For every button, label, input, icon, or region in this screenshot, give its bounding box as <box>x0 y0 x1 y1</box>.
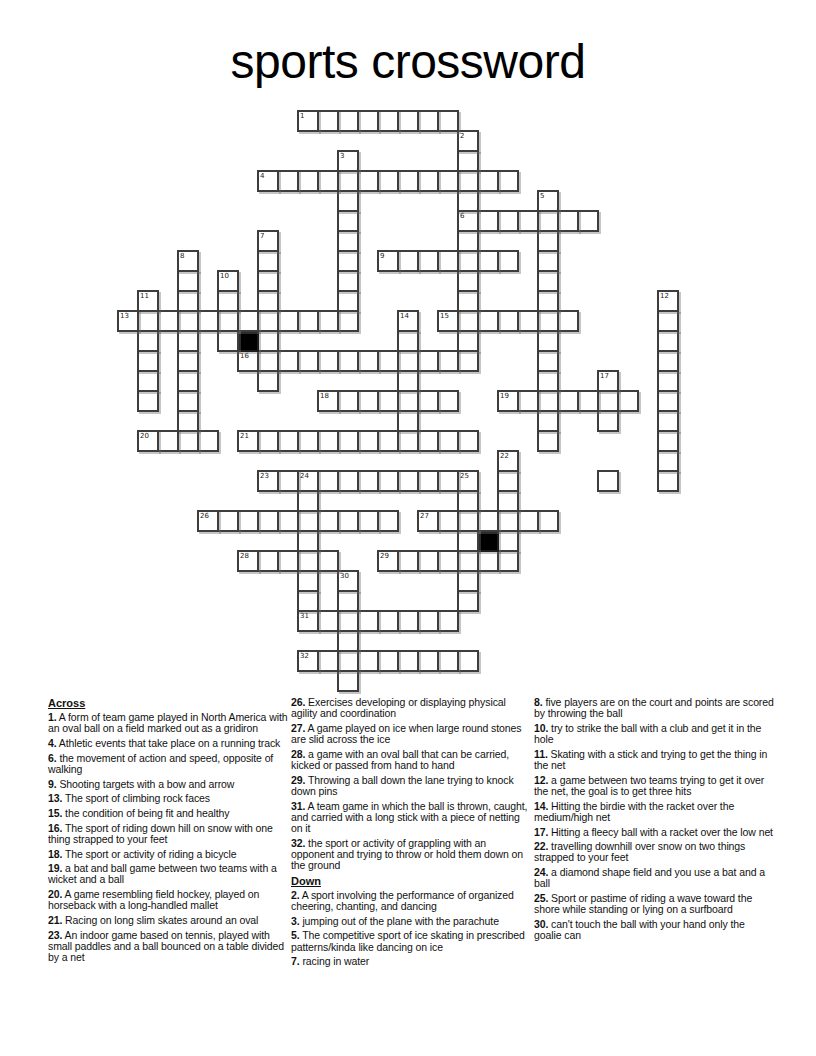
grid-cell-r8c17[interactable] <box>457 270 479 292</box>
grid-cell-r12c11[interactable] <box>337 350 359 372</box>
clue-across-26: 26. Exercises developing or displaying p… <box>291 697 531 719</box>
grid-cell-r25c11[interactable] <box>337 610 359 632</box>
grid-cell-r20c21[interactable] <box>537 510 559 532</box>
grid-cell-r18c10[interactable] <box>317 470 339 492</box>
clue-number: 21. <box>48 914 62 926</box>
clue-number: 15. <box>48 807 62 819</box>
grid-cell-r0c13[interactable] <box>377 110 399 132</box>
grid-cell-r16c11[interactable] <box>337 430 359 452</box>
grid-cell-r22c13[interactable]: 29 <box>377 550 399 572</box>
grid-cell-r20c4[interactable]: 26 <box>197 510 219 532</box>
grid-cell-r5c22[interactable] <box>557 210 579 232</box>
grid-cell-r11c3[interactable] <box>177 330 199 352</box>
clue-number: 5. <box>291 929 300 941</box>
clue-number: 20. <box>48 888 62 900</box>
grid-cell-r25c9[interactable]: 31 <box>297 610 319 632</box>
grid-cell-r11c27[interactable] <box>657 330 679 352</box>
grid-cell-r16c6[interactable]: 21 <box>237 430 259 452</box>
grid-cell-r15c24[interactable] <box>597 410 619 432</box>
grid-cell-r20c20[interactable] <box>517 510 539 532</box>
grid-cell-r14c15[interactable] <box>417 390 439 412</box>
grid-cell-r13c24[interactable]: 17 <box>597 370 619 392</box>
grid-cell-r12c16[interactable] <box>437 350 459 372</box>
grid-cell-r17c19[interactable]: 22 <box>497 450 519 472</box>
grid-cell-r16c3[interactable] <box>177 430 199 452</box>
grid-cell-r27c9[interactable]: 32 <box>297 650 319 672</box>
grid-cell-r15c27[interactable] <box>657 410 679 432</box>
clue-number: 27. <box>291 722 305 734</box>
cell-number-26: 26 <box>200 512 209 520</box>
grid-cell-r3c18[interactable] <box>477 170 499 192</box>
grid-cell-r22c7[interactable] <box>257 550 279 572</box>
grid-cell-r27c14[interactable] <box>397 650 419 672</box>
clue-number: 3. <box>291 915 300 927</box>
grid-cell-r14c10[interactable]: 18 <box>317 390 339 412</box>
grid-cell-r20c18[interactable] <box>477 510 499 532</box>
grid-cell-r20c9[interactable] <box>297 510 319 532</box>
grid-cell-r16c14[interactable] <box>397 430 419 452</box>
grid-cell-r12c12[interactable] <box>357 350 379 372</box>
cell-number-28: 28 <box>240 552 249 560</box>
grid-cell-r9c7[interactable] <box>257 290 279 312</box>
grid-cell-r10c7[interactable] <box>257 310 279 332</box>
clue-number: 13. <box>48 792 62 804</box>
clue-across-18: 18. The sport or activity of riding a bi… <box>48 849 288 860</box>
clue-across-21: 21. Racing on long slim skates around an… <box>48 915 288 926</box>
grid-cell-r26c11[interactable] <box>337 630 359 652</box>
grid-cell-r27c10[interactable] <box>317 650 339 672</box>
grid-cell-r7c19[interactable] <box>497 250 519 272</box>
clue-across-19: 19. a bat and ball game between two team… <box>48 863 288 885</box>
grid-cell-r7c21[interactable] <box>537 250 559 272</box>
grid-cell-r1c17[interactable]: 2 <box>457 130 479 152</box>
grid-cell-r5c11[interactable] <box>337 210 359 232</box>
grid-cell-r25c14[interactable] <box>397 610 419 632</box>
grid-cell-r12c27[interactable] <box>657 350 679 372</box>
cell-number-20: 20 <box>140 432 149 440</box>
grid-cell-r16c1[interactable]: 20 <box>137 430 159 452</box>
page-title: sports crossword <box>0 34 816 89</box>
grid-cell-r22c6[interactable]: 28 <box>237 550 259 572</box>
grid-cell-r3c11[interactable] <box>337 170 359 192</box>
grid-cell-r16c15[interactable] <box>417 430 439 452</box>
grid-cell-r0c10[interactable] <box>317 110 339 132</box>
grid-cell-r18c14[interactable] <box>397 470 419 492</box>
grid-cell-r11c1[interactable] <box>137 330 159 352</box>
grid-cell-r18c15[interactable] <box>417 470 439 492</box>
grid-cell-r27c13[interactable] <box>377 650 399 672</box>
grid-cell-r18c19[interactable] <box>497 470 519 492</box>
grid-cell-r14c14[interactable] <box>397 390 419 412</box>
clue-number: 17. <box>534 826 548 838</box>
down-header: Down <box>291 875 531 887</box>
grid-cell-r24c9[interactable] <box>297 590 319 612</box>
grid-cell-r10c0[interactable]: 13 <box>117 310 139 332</box>
grid-cell-r15c14[interactable] <box>397 410 419 432</box>
grid-cell-r8c7[interactable] <box>257 270 279 292</box>
grid-cell-r6c11[interactable] <box>337 230 359 252</box>
grid-cell-r11c7[interactable] <box>257 330 279 352</box>
grid-cell-r0c11[interactable] <box>337 110 359 132</box>
grid-cell-r8c5[interactable]: 10 <box>217 270 239 292</box>
grid-cell-r11c14[interactable] <box>397 330 419 352</box>
grid-cell-r17c27[interactable] <box>657 450 679 472</box>
grid-cell-r22c14[interactable] <box>397 550 419 572</box>
grid-cell-r20c5[interactable] <box>217 510 239 532</box>
grid-cell-r7c14[interactable] <box>397 250 419 272</box>
grid-cell-r20c12[interactable] <box>357 510 379 532</box>
grid-cell-r22c18[interactable] <box>477 550 499 572</box>
grid-cell-r18c11[interactable] <box>337 470 359 492</box>
grid-cell-r21c17[interactable] <box>457 530 479 552</box>
grid-cell-r20c6[interactable] <box>237 510 259 532</box>
grid-cell-r10c19[interactable] <box>497 310 519 332</box>
grid-cell-r4c11[interactable] <box>337 190 359 212</box>
grid-cell-r18c12[interactable] <box>357 470 379 492</box>
grid-cell-r12c1[interactable] <box>137 350 159 372</box>
grid-cell-r10c21[interactable] <box>537 310 559 332</box>
grid-cell-r11c21[interactable] <box>537 330 559 352</box>
grid-cell-r22c10[interactable] <box>317 550 339 572</box>
grid-cell-r18c9[interactable]: 24 <box>297 470 319 492</box>
grid-cell-r13c1[interactable] <box>137 370 159 392</box>
grid-cell-r3c8[interactable] <box>277 170 299 192</box>
grid-cell-r3c9[interactable] <box>297 170 319 192</box>
grid-cell-r15c21[interactable] <box>537 410 559 432</box>
clue-number: 9. <box>48 778 57 790</box>
grid-cell-r20c10[interactable] <box>317 510 339 532</box>
cell-number-4: 4 <box>260 172 264 180</box>
clue-down-25: 25. Sport or pastime of riding a wave to… <box>534 893 774 915</box>
clue-down-14: 14. Hitting the birdie with the racket o… <box>534 801 774 823</box>
grid-cell-r12c15[interactable] <box>417 350 439 372</box>
clue-column-3: 8. five players are on the court and poi… <box>534 697 774 971</box>
page: { "title": "sports crossword", "game": "… <box>0 0 816 1056</box>
grid-cell-r20c17[interactable] <box>457 510 479 532</box>
grid-cell-r22c16[interactable] <box>437 550 459 572</box>
grid-cell-r5c21[interactable] <box>537 210 559 232</box>
grid-cell-r0c12[interactable] <box>357 110 379 132</box>
grid-cell-r9c27[interactable]: 12 <box>657 290 679 312</box>
clue-across-4: 4. Athletic events that take place on a … <box>48 738 288 749</box>
grid-cell-r14c25[interactable] <box>617 390 639 412</box>
cell-number-31: 31 <box>300 612 309 620</box>
grid-cell-r21c9[interactable] <box>297 530 319 552</box>
grid-cell-r10c27[interactable] <box>657 310 679 332</box>
clue-down-17: 17. Hitting a fleecy ball with a racket … <box>534 827 774 838</box>
grid-cell-r16c7[interactable] <box>257 430 279 452</box>
grid-cell-r22c8[interactable] <box>277 550 299 572</box>
grid-cell-r12c10[interactable] <box>317 350 339 372</box>
grid-cell-r23c11[interactable]: 30 <box>337 570 359 592</box>
grid-cell-r19c19[interactable] <box>497 490 519 512</box>
grid-cell-r3c16[interactable] <box>437 170 459 192</box>
grid-cell-r16c12[interactable] <box>357 430 379 452</box>
grid-cell-r6c21[interactable] <box>537 230 559 252</box>
grid-cell-r18c24[interactable] <box>597 470 619 492</box>
grid-cell-r22c17[interactable] <box>457 550 479 572</box>
grid-cell-r14c1[interactable] <box>137 390 159 412</box>
grid-cell-r10c6[interactable] <box>237 310 259 332</box>
grid-cell-r11c5[interactable] <box>217 330 239 352</box>
cell-number-30: 30 <box>340 572 349 580</box>
clue-across-32: 32. the sport or activity of grappling w… <box>291 838 531 872</box>
grid-cell-r10c20[interactable] <box>517 310 539 332</box>
grid-cell-r14c23[interactable] <box>577 390 599 412</box>
grid-cell-r27c17[interactable] <box>457 650 479 672</box>
grid-cell-r3c19[interactable] <box>497 170 519 192</box>
grid-cell-r23c17[interactable] <box>457 570 479 592</box>
grid-cell-r8c11[interactable] <box>337 270 359 292</box>
cell-number-16: 16 <box>240 352 249 360</box>
clue-down-22: 22. travelling downhill over snow on two… <box>534 841 774 863</box>
grid-cell-r16c2[interactable] <box>157 430 179 452</box>
cell-number-29: 29 <box>380 552 389 560</box>
grid-cell-r27c15[interactable] <box>417 650 439 672</box>
clue-down-7: 7. racing in water <box>291 956 531 967</box>
grid-cell-r12c6[interactable]: 16 <box>237 350 259 372</box>
cell-number-13: 13 <box>120 312 129 320</box>
grid-cell-r13c7[interactable] <box>257 370 279 392</box>
grid-cell-r14c3[interactable] <box>177 390 199 412</box>
grid-cell-r21c19[interactable] <box>497 530 519 552</box>
grid-cell-r14c27[interactable] <box>657 390 679 412</box>
grid-cell-r7c7[interactable] <box>257 250 279 272</box>
grid-cell-r14c22[interactable] <box>557 390 579 412</box>
grid-cell-r7c18[interactable] <box>477 250 499 272</box>
grid-cell-r7c11[interactable] <box>337 250 359 272</box>
grid-cell-r10c17[interactable] <box>457 310 479 332</box>
grid-cell-r13c27[interactable] <box>657 370 679 392</box>
grid-cell-r24c17[interactable] <box>457 590 479 612</box>
grid-cell-r22c15[interactable] <box>417 550 439 572</box>
grid-cell-r18c27[interactable] <box>657 470 679 492</box>
grid-cell-r8c21[interactable] <box>537 270 559 292</box>
grid-cell-r11c17[interactable] <box>457 330 479 352</box>
grid-cell-r3c12[interactable] <box>357 170 379 192</box>
grid-cell-r9c5[interactable] <box>217 290 239 312</box>
clue-across-23: 23. An indoor game based on tennis, play… <box>48 930 288 964</box>
across-header: Across <box>48 697 288 709</box>
grid-cell-r12c13[interactable] <box>377 350 399 372</box>
grid-cell-r3c13[interactable] <box>377 170 399 192</box>
grid-cell-r12c3[interactable] <box>177 350 199 372</box>
black-cell-r11c6 <box>237 330 259 352</box>
clue-number: 16. <box>48 822 62 834</box>
clue-down-5: 5. The competitive sport of ice skating … <box>291 930 531 952</box>
cell-number-15: 15 <box>440 312 449 320</box>
grid-cell-r9c3[interactable] <box>177 290 199 312</box>
grid-cell-r25c13[interactable] <box>377 610 399 632</box>
cell-number-12: 12 <box>660 292 669 300</box>
cell-number-5: 5 <box>540 192 544 200</box>
grid-cell-r10c1[interactable] <box>137 310 159 332</box>
grid-cell-r8c3[interactable] <box>177 270 199 292</box>
grid-cell-r16c4[interactable] <box>197 430 219 452</box>
grid-cell-r12c7[interactable] <box>257 350 279 372</box>
clue-number: 29. <box>291 774 305 786</box>
clue-down-30: 30. can't touch the ball with your hand … <box>534 919 774 941</box>
grid-cell-r3c15[interactable] <box>417 170 439 192</box>
clue-across-1: 1. A form of team game played in North A… <box>48 712 288 734</box>
grid-cell-r14c13[interactable] <box>377 390 399 412</box>
grid-cell-r5c19[interactable] <box>497 210 519 232</box>
grid-cell-r10c18[interactable] <box>477 310 499 332</box>
grid-cell-r3c7[interactable]: 4 <box>257 170 279 192</box>
grid-cell-r4c17[interactable] <box>457 190 479 212</box>
grid-cell-r12c17[interactable] <box>457 350 479 372</box>
grid-cell-r27c11[interactable] <box>337 650 359 672</box>
grid-cell-r19c17[interactable] <box>457 490 479 512</box>
grid-cell-r14c24[interactable] <box>597 390 619 412</box>
grid-cell-r18c7[interactable]: 23 <box>257 470 279 492</box>
grid-cell-r10c8[interactable] <box>277 310 299 332</box>
grid-cell-r18c16[interactable] <box>437 470 459 492</box>
grid-cell-r10c9[interactable] <box>297 310 319 332</box>
grid-cell-r10c4[interactable] <box>197 310 219 332</box>
cell-number-7: 7 <box>260 232 264 240</box>
grid-cell-r10c5[interactable] <box>217 310 239 332</box>
grid-cell-r5c18[interactable] <box>477 210 499 232</box>
grid-cell-r25c16[interactable] <box>437 610 459 632</box>
grid-cell-r20c11[interactable] <box>337 510 359 532</box>
grid-cell-r14c11[interactable] <box>337 390 359 412</box>
grid-cell-r20c8[interactable] <box>277 510 299 532</box>
grid-cell-r12c14[interactable] <box>397 350 419 372</box>
grid-cell-r9c21[interactable] <box>537 290 559 312</box>
clue-number: 22. <box>534 840 548 852</box>
grid-cell-r0c15[interactable] <box>417 110 439 132</box>
grid-cell-r14c19[interactable]: 19 <box>497 390 519 412</box>
grid-cell-r16c13[interactable] <box>377 430 399 452</box>
clue-number: 2. <box>291 889 300 901</box>
grid-cell-r9c1[interactable]: 11 <box>137 290 159 312</box>
grid-cell-r10c22[interactable] <box>557 310 579 332</box>
grid-cell-r25c10[interactable] <box>317 610 339 632</box>
grid-cell-r5c20[interactable] <box>517 210 539 232</box>
grid-cell-r28c11[interactable] <box>337 670 359 692</box>
grid-cell-r12c8[interactable] <box>277 350 299 372</box>
grid-cell-r14c21[interactable] <box>537 390 559 412</box>
grid-cell-r18c17[interactable]: 25 <box>457 470 479 492</box>
cell-number-24: 24 <box>300 472 309 480</box>
grid-cell-r2c11[interactable]: 3 <box>337 150 359 172</box>
grid-cell-r10c2[interactable] <box>157 310 179 332</box>
grid-cell-r10c16[interactable]: 15 <box>437 310 459 332</box>
grid-cell-r23c9[interactable] <box>297 570 319 592</box>
grid-cell-r22c19[interactable] <box>497 550 519 572</box>
clue-number: 14. <box>534 800 548 812</box>
clue-across-16: 16. The sport of riding down hill on sno… <box>48 823 288 845</box>
clue-down-3: 3. jumping out of the plane with the par… <box>291 916 531 927</box>
grid-cell-r16c9[interactable] <box>297 430 319 452</box>
grid-cell-r13c3[interactable] <box>177 370 199 392</box>
grid-cell-r6c17[interactable] <box>457 230 479 252</box>
clue-across-27: 27. A game played on ice when large roun… <box>291 723 531 745</box>
grid-cell-r7c3[interactable]: 8 <box>177 250 199 272</box>
grid-cell-r6c7[interactable]: 7 <box>257 230 279 252</box>
grid-cell-r13c14[interactable] <box>397 370 419 392</box>
clue-number: 23. <box>48 929 62 941</box>
grid-cell-r24c11[interactable] <box>337 590 359 612</box>
clue-down-11: 11. Skating with a stick and trying to g… <box>534 749 774 771</box>
grid-cell-r0c9[interactable]: 1 <box>297 110 319 132</box>
grid-cell-r25c12[interactable] <box>357 610 379 632</box>
grid-cell-r16c10[interactable] <box>317 430 339 452</box>
grid-cell-r22c9[interactable] <box>297 550 319 572</box>
grid-cell-r3c17[interactable] <box>457 170 479 192</box>
clue-number: 8. <box>534 696 543 708</box>
grid-cell-r25c15[interactable] <box>417 610 439 632</box>
grid-cell-r12c9[interactable] <box>297 350 319 372</box>
grid-cell-r20c15[interactable]: 27 <box>417 510 439 532</box>
cell-number-25: 25 <box>460 472 469 480</box>
grid-cell-r12c21[interactable] <box>537 350 559 372</box>
grid-cell-r0c14[interactable] <box>397 110 419 132</box>
grid-cell-r18c13[interactable] <box>377 470 399 492</box>
clue-number: 18. <box>48 848 62 860</box>
grid-cell-r3c14[interactable] <box>397 170 419 192</box>
grid-cell-r20c7[interactable] <box>257 510 279 532</box>
grid-cell-r16c21[interactable] <box>537 430 559 452</box>
grid-cell-r7c17[interactable] <box>457 250 479 272</box>
clue-number: 12. <box>534 774 548 786</box>
grid-cell-r15c3[interactable] <box>177 410 199 432</box>
grid-cell-r10c3[interactable] <box>177 310 199 332</box>
grid-cell-r27c12[interactable] <box>357 650 379 672</box>
grid-cell-r7c15[interactable] <box>417 250 439 272</box>
cell-number-10: 10 <box>220 272 229 280</box>
grid-cell-r2c17[interactable] <box>457 150 479 172</box>
grid-cell-r9c11[interactable] <box>337 290 359 312</box>
clue-across-6: 6. the movement of action and speed, opp… <box>48 753 288 775</box>
grid-cell-r3c10[interactable] <box>317 170 339 192</box>
cell-number-9: 9 <box>380 252 384 260</box>
grid-cell-r7c16[interactable] <box>437 250 459 272</box>
grid-cell-r27c16[interactable] <box>437 650 459 672</box>
grid-cell-r20c13[interactable] <box>377 510 399 532</box>
grid-cell-r14c20[interactable] <box>517 390 539 412</box>
grid-cell-r0c16[interactable] <box>437 110 459 132</box>
grid-cell-r16c8[interactable] <box>277 430 299 452</box>
grid-cell-r20c19[interactable] <box>497 510 519 532</box>
grid-cell-r9c17[interactable] <box>457 290 479 312</box>
clue-across-28: 28. a game with an oval ball that can be… <box>291 749 531 771</box>
cell-number-23: 23 <box>260 472 269 480</box>
grid-cell-r7c13[interactable]: 9 <box>377 250 399 272</box>
grid-cell-r10c11[interactable] <box>337 310 359 332</box>
grid-cell-r19c9[interactable] <box>297 490 319 512</box>
grid-cell-r14c16[interactable] <box>437 390 459 412</box>
clue-number: 19. <box>48 862 62 874</box>
grid-cell-r5c23[interactable] <box>577 210 599 232</box>
grid-cell-r16c16[interactable] <box>437 430 459 452</box>
grid-cell-r13c21[interactable] <box>537 370 559 392</box>
grid-cell-r16c27[interactable] <box>657 430 679 452</box>
grid-cell-r18c8[interactable] <box>277 470 299 492</box>
grid-cell-r16c17[interactable] <box>457 430 479 452</box>
grid-cell-r10c14[interactable]: 14 <box>397 310 419 332</box>
crossword-grid: 3231302928272625242322212019181716151413… <box>117 110 679 692</box>
grid-cell-r14c12[interactable] <box>357 390 379 412</box>
grid-cell-r10c10[interactable] <box>317 310 339 332</box>
cell-number-19: 19 <box>500 392 509 400</box>
grid-cell-r5c17[interactable]: 6 <box>457 210 479 232</box>
clue-number: 6. <box>48 752 57 764</box>
grid-cell-r20c16[interactable] <box>437 510 459 532</box>
grid-cell-r4c21[interactable]: 5 <box>537 190 559 212</box>
cell-number-11: 11 <box>140 292 149 300</box>
